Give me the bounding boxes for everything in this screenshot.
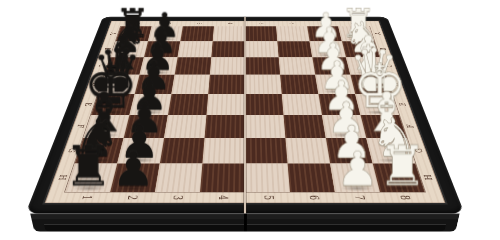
black-rook[interactable]: ♜ bbox=[63, 141, 112, 190]
square-c6[interactable] bbox=[279, 57, 316, 75]
square-h3[interactable] bbox=[155, 164, 202, 192]
square-c3[interactable] bbox=[175, 57, 212, 75]
label-back-3: 3 bbox=[193, 16, 204, 30]
label-left-A: A bbox=[96, 31, 129, 36]
white-pawn[interactable]: ♟ bbox=[336, 148, 379, 191]
square-h6[interactable] bbox=[288, 164, 335, 192]
square-b6[interactable] bbox=[277, 41, 312, 57]
fold-seam bbox=[243, 17, 247, 214]
square-h7[interactable]: ♟ bbox=[330, 164, 380, 192]
square-h8[interactable]: ♜ bbox=[373, 164, 425, 192]
square-c4[interactable] bbox=[210, 57, 245, 75]
square-f5[interactable] bbox=[245, 115, 285, 138]
label-back-6: 6 bbox=[286, 16, 297, 30]
square-d6[interactable] bbox=[280, 75, 318, 94]
square-b5[interactable] bbox=[245, 41, 279, 57]
square-h4[interactable] bbox=[200, 164, 245, 192]
square-d5[interactable] bbox=[245, 75, 282, 94]
square-e5[interactable] bbox=[245, 94, 284, 115]
square-f3[interactable] bbox=[164, 115, 206, 138]
square-g4[interactable] bbox=[202, 138, 245, 164]
square-e3[interactable] bbox=[168, 94, 208, 115]
square-d4[interactable] bbox=[208, 75, 245, 94]
square-b4[interactable] bbox=[211, 41, 245, 57]
fold-seam-front bbox=[244, 214, 247, 232]
product-photo: ♜♟♟♜♞♟♟♞♝♟♟♝♛♟♟♛♚♟♟♚♝♟♟♝♞♟♟♞♜♟♟♜ 1234567… bbox=[0, 0, 500, 240]
square-f6[interactable] bbox=[284, 115, 326, 138]
square-d3[interactable] bbox=[172, 75, 210, 94]
chess-board: ♜♟♟♜♞♟♟♞♝♟♟♝♛♟♟♛♚♟♟♚♝♟♟♝♞♟♟♞♜♟♟♜ 1234567… bbox=[25, 17, 464, 214]
square-b3[interactable] bbox=[178, 41, 213, 57]
square-g6[interactable] bbox=[285, 138, 330, 164]
square-f4[interactable] bbox=[205, 115, 245, 138]
white-rook[interactable]: ♜ bbox=[377, 141, 426, 190]
label-back-5: 5 bbox=[256, 16, 265, 30]
label-back-4: 4 bbox=[225, 16, 234, 30]
square-g3[interactable] bbox=[160, 138, 205, 164]
square-h2[interactable]: ♟ bbox=[110, 164, 160, 192]
square-c5[interactable] bbox=[245, 57, 280, 75]
board-front-edge bbox=[30, 214, 460, 232]
square-h5[interactable] bbox=[245, 164, 290, 192]
black-pawn[interactable]: ♟ bbox=[112, 148, 155, 191]
square-e6[interactable] bbox=[282, 94, 322, 115]
label-right-A: A bbox=[361, 31, 394, 36]
square-e4[interactable] bbox=[206, 94, 245, 115]
square-g5[interactable] bbox=[245, 138, 288, 164]
square-h1[interactable]: ♜ bbox=[65, 164, 117, 192]
